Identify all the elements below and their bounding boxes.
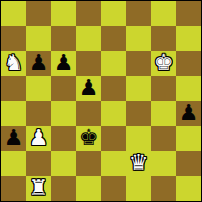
piece-black-pawn[interactable]: ♟: [29, 51, 49, 75]
square-b1[interactable]: ♜: [26, 176, 51, 201]
square-e7[interactable]: [101, 26, 126, 51]
square-d5[interactable]: ♟: [76, 76, 101, 101]
square-c4[interactable]: [51, 101, 76, 126]
piece-white-king[interactable]: ♚: [154, 51, 174, 75]
square-c2[interactable]: [51, 151, 76, 176]
square-d1[interactable]: [76, 176, 101, 201]
square-h3[interactable]: [176, 126, 201, 151]
square-d4[interactable]: [76, 101, 101, 126]
square-f3[interactable]: [126, 126, 151, 151]
square-a6[interactable]: ♞: [1, 51, 26, 76]
square-e6[interactable]: [101, 51, 126, 76]
square-f7[interactable]: [126, 26, 151, 51]
square-f1[interactable]: [126, 176, 151, 201]
piece-white-knight[interactable]: ♞: [4, 51, 24, 75]
square-c5[interactable]: [51, 76, 76, 101]
square-a3[interactable]: ♟: [1, 126, 26, 151]
square-d3[interactable]: ♚: [76, 126, 101, 151]
square-h4[interactable]: ♟: [176, 101, 201, 126]
square-a8[interactable]: [1, 1, 26, 26]
piece-black-king[interactable]: ♚: [79, 126, 99, 150]
square-f8[interactable]: [126, 1, 151, 26]
square-d2[interactable]: [76, 151, 101, 176]
piece-black-pawn[interactable]: ♟: [4, 126, 24, 150]
square-g1[interactable]: [151, 176, 176, 201]
square-g8[interactable]: [151, 1, 176, 26]
piece-black-pawn[interactable]: ♟: [179, 101, 199, 125]
board-frame: ♞♟♟♚♟♟♟♟♚♛♜: [0, 0, 202, 202]
square-b5[interactable]: [26, 76, 51, 101]
square-g5[interactable]: [151, 76, 176, 101]
square-f6[interactable]: [126, 51, 151, 76]
square-c7[interactable]: [51, 26, 76, 51]
square-e3[interactable]: [101, 126, 126, 151]
square-h6[interactable]: [176, 51, 201, 76]
square-c6[interactable]: ♟: [51, 51, 76, 76]
square-g7[interactable]: [151, 26, 176, 51]
square-c3[interactable]: [51, 126, 76, 151]
square-d6[interactable]: [76, 51, 101, 76]
square-a1[interactable]: [1, 176, 26, 201]
square-h7[interactable]: [176, 26, 201, 51]
square-h1[interactable]: [176, 176, 201, 201]
square-h5[interactable]: [176, 76, 201, 101]
square-h2[interactable]: [176, 151, 201, 176]
square-a4[interactable]: [1, 101, 26, 126]
square-c8[interactable]: [51, 1, 76, 26]
square-b3[interactable]: ♟: [26, 126, 51, 151]
piece-black-pawn[interactable]: ♟: [54, 51, 74, 75]
piece-white-rook[interactable]: ♜: [29, 176, 49, 200]
square-b2[interactable]: [26, 151, 51, 176]
square-b6[interactable]: ♟: [26, 51, 51, 76]
square-h8[interactable]: [176, 1, 201, 26]
square-c1[interactable]: [51, 176, 76, 201]
square-b4[interactable]: [26, 101, 51, 126]
square-g6[interactable]: ♚: [151, 51, 176, 76]
square-f5[interactable]: [126, 76, 151, 101]
square-g3[interactable]: [151, 126, 176, 151]
square-g2[interactable]: [151, 151, 176, 176]
square-f2[interactable]: ♛: [126, 151, 151, 176]
piece-white-pawn[interactable]: ♟: [29, 126, 49, 150]
piece-white-queen[interactable]: ♛: [129, 151, 149, 175]
square-e1[interactable]: [101, 176, 126, 201]
chess-board: ♞♟♟♚♟♟♟♟♚♛♜: [1, 1, 201, 201]
piece-black-pawn[interactable]: ♟: [79, 76, 99, 100]
square-a2[interactable]: [1, 151, 26, 176]
square-e2[interactable]: [101, 151, 126, 176]
square-d7[interactable]: [76, 26, 101, 51]
square-e4[interactable]: [101, 101, 126, 126]
square-b7[interactable]: [26, 26, 51, 51]
square-a7[interactable]: [1, 26, 26, 51]
square-b8[interactable]: [26, 1, 51, 26]
square-e8[interactable]: [101, 1, 126, 26]
square-e5[interactable]: [101, 76, 126, 101]
square-a5[interactable]: [1, 76, 26, 101]
square-f4[interactable]: [126, 101, 151, 126]
square-d8[interactable]: [76, 1, 101, 26]
square-g4[interactable]: [151, 101, 176, 126]
